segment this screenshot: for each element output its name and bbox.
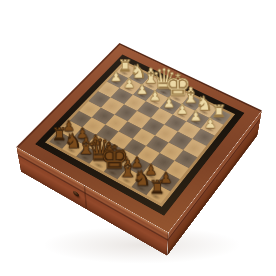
drawer-knob — [73, 190, 79, 197]
piece-white-pawn: ♟ — [192, 116, 228, 130]
product-photo-scene: ♜♞♝♛♚♝♞♜♟♟♟♟♟♟♟♟♟♟♟♟♟♟♟♟♜♞♝♛♚♝♞♜ — [0, 0, 276, 276]
chess-box: ♜♞♝♛♚♝♞♜♟♟♟♟♟♟♟♟♟♟♟♟♟♟♟♟♜♞♝♛♚♝♞♜ — [16, 43, 262, 233]
piece-brown-rook: ♜ — [137, 179, 176, 197]
